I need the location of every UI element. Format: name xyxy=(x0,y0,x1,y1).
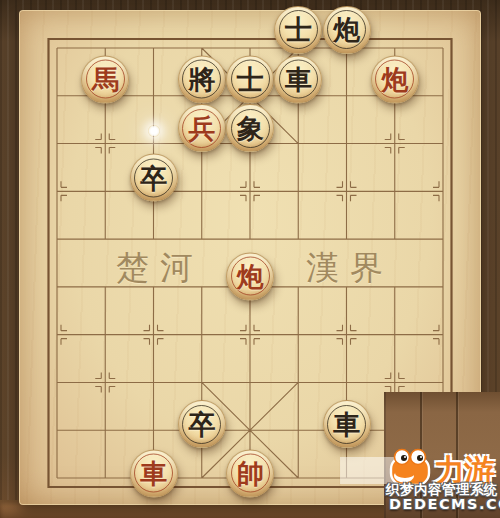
piece-glyph: 車 xyxy=(131,450,177,496)
intersection-3-6[interactable] xyxy=(178,311,226,359)
intersection-3-5[interactable] xyxy=(178,263,226,311)
intersection-6-2[interactable] xyxy=(323,120,371,168)
intersection-4-7[interactable] xyxy=(226,358,274,406)
piece-glyph: 炮 xyxy=(372,56,418,102)
intersection-6-5[interactable] xyxy=(323,263,371,311)
piece-red-general[interactable]: 帥 xyxy=(226,449,274,497)
intersection-7-2[interactable] xyxy=(371,120,419,168)
intersection-1-3[interactable] xyxy=(81,167,129,215)
intersection-2-5[interactable] xyxy=(130,263,178,311)
piece-red-horse[interactable]: 馬 xyxy=(81,55,129,103)
intersection-8-5[interactable] xyxy=(419,263,467,311)
intersection-2-0[interactable] xyxy=(130,24,178,72)
intersection-2-3[interactable]: 卒 xyxy=(130,167,178,215)
intersection-1-2[interactable] xyxy=(81,120,129,168)
piece-glyph: 象 xyxy=(227,105,273,151)
piece-red-chariot[interactable]: 車 xyxy=(130,449,178,497)
intersection-2-7[interactable] xyxy=(130,358,178,406)
intersection-3-9[interactable] xyxy=(178,454,226,502)
intersection-8-6[interactable] xyxy=(419,311,467,359)
intersection-5-1[interactable]: 車 xyxy=(274,72,322,120)
intersection-7-5[interactable] xyxy=(371,263,419,311)
intersection-3-7[interactable] xyxy=(178,358,226,406)
piece-black-cannon[interactable]: 炮 xyxy=(323,6,371,54)
intersection-4-5[interactable]: 炮 xyxy=(226,263,274,311)
piece-glyph: 卒 xyxy=(131,155,177,201)
intersection-8-0[interactable] xyxy=(419,24,467,72)
intersection-2-4[interactable] xyxy=(130,215,178,263)
intersection-5-6[interactable] xyxy=(274,311,322,359)
intersection-5-2[interactable] xyxy=(274,120,322,168)
intersection-0-6[interactable] xyxy=(33,311,81,359)
intersection-1-8[interactable] xyxy=(81,406,129,454)
piece-glyph: 士 xyxy=(227,56,273,102)
intersection-3-2[interactable]: 兵 xyxy=(178,120,226,168)
intersection-1-5[interactable] xyxy=(81,263,129,311)
intersection-5-4[interactable] xyxy=(274,215,322,263)
intersection-0-2[interactable] xyxy=(33,120,81,168)
piece-glyph: 車 xyxy=(324,401,370,447)
intersection-3-4[interactable] xyxy=(178,215,226,263)
intersection-7-6[interactable] xyxy=(371,311,419,359)
piece-glyph: 車 xyxy=(275,56,321,102)
intersection-0-3[interactable] xyxy=(33,167,81,215)
intersection-8-3[interactable] xyxy=(419,167,467,215)
intersection-5-9[interactable] xyxy=(274,454,322,502)
piece-black-advisor[interactable]: 士 xyxy=(226,55,274,103)
piece-red-cannon[interactable]: 炮 xyxy=(226,252,274,300)
piece-black-chariot[interactable]: 車 xyxy=(323,400,371,448)
intersection-6-7[interactable] xyxy=(323,358,371,406)
piece-black-soldier[interactable]: 卒 xyxy=(178,400,226,448)
intersection-4-2[interactable]: 象 xyxy=(226,120,274,168)
intersection-5-8[interactable] xyxy=(274,406,322,454)
intersection-4-9[interactable]: 帥 xyxy=(226,454,274,502)
intersection-2-9[interactable]: 車 xyxy=(130,454,178,502)
intersection-2-1[interactable] xyxy=(130,72,178,120)
intersection-6-1[interactable] xyxy=(323,72,371,120)
piece-glyph: 帥 xyxy=(227,450,273,496)
piece-red-soldier[interactable]: 兵 xyxy=(178,104,226,152)
piece-glyph: 馬 xyxy=(82,56,128,102)
intersection-4-6[interactable] xyxy=(226,311,274,359)
intersection-0-1[interactable] xyxy=(33,72,81,120)
intersection-0-0[interactable] xyxy=(33,24,81,72)
intersection-1-6[interactable] xyxy=(81,311,129,359)
watermark-domain: DEDECMS.COM xyxy=(389,496,500,512)
intersection-0-5[interactable] xyxy=(33,263,81,311)
move-hint-dot xyxy=(148,125,160,137)
intersection-0-7[interactable] xyxy=(33,358,81,406)
intersection-3-3[interactable] xyxy=(178,167,226,215)
intersection-1-9[interactable] xyxy=(81,454,129,502)
intersection-8-2[interactable] xyxy=(419,120,467,168)
intersection-6-6[interactable] xyxy=(323,311,371,359)
intersection-2-8[interactable] xyxy=(130,406,178,454)
intersection-4-8[interactable] xyxy=(226,406,274,454)
intersection-7-3[interactable] xyxy=(371,167,419,215)
intersection-6-8[interactable]: 車 xyxy=(323,406,371,454)
intersection-1-1[interactable]: 馬 xyxy=(81,72,129,120)
intersection-4-3[interactable] xyxy=(226,167,274,215)
piece-glyph: 炮 xyxy=(227,253,273,299)
intersection-7-4[interactable] xyxy=(371,215,419,263)
intersection-2-6[interactable] xyxy=(130,311,178,359)
piece-black-general[interactable]: 將 xyxy=(178,55,226,103)
intersection-1-7[interactable] xyxy=(81,358,129,406)
intersection-8-1[interactable] xyxy=(419,72,467,120)
intersection-5-3[interactable] xyxy=(274,167,322,215)
intersection-6-4[interactable] xyxy=(323,215,371,263)
intersection-0-8[interactable] xyxy=(33,406,81,454)
intersection-6-3[interactable] xyxy=(323,167,371,215)
intersection-0-4[interactable] xyxy=(33,215,81,263)
intersection-1-4[interactable] xyxy=(81,215,129,263)
piece-glyph: 將 xyxy=(179,56,225,102)
intersection-0-9[interactable] xyxy=(33,454,81,502)
piece-glyph: 士 xyxy=(275,7,321,53)
piece-black-elephant[interactable]: 象 xyxy=(226,104,274,152)
intersection-5-7[interactable] xyxy=(274,358,322,406)
intersection-3-8[interactable]: 卒 xyxy=(178,406,226,454)
piece-glyph: 卒 xyxy=(179,401,225,447)
piece-black-advisor[interactable]: 士 xyxy=(274,6,322,54)
piece-glyph: 兵 xyxy=(179,105,225,151)
intersection-8-4[interactable] xyxy=(419,215,467,263)
piece-glyph: 炮 xyxy=(324,7,370,53)
intersection-7-1[interactable]: 炮 xyxy=(371,72,419,120)
piece-black-chariot[interactable]: 車 xyxy=(274,55,322,103)
intersection-6-0[interactable]: 炮 xyxy=(323,24,371,72)
piece-red-cannon[interactable]: 炮 xyxy=(371,55,419,103)
intersection-5-5[interactable] xyxy=(274,263,322,311)
piece-black-soldier[interactable]: 卒 xyxy=(130,154,178,202)
